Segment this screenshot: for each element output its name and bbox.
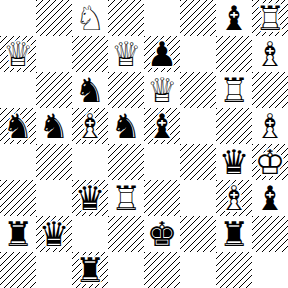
white-piece-outline: ♔	[252, 144, 288, 180]
square-f6[interactable]	[180, 72, 216, 108]
square-c8[interactable]: ♞♘	[72, 0, 108, 36]
square-f1[interactable]	[180, 252, 216, 288]
square-b3[interactable]	[36, 180, 72, 216]
square-a2[interactable]: ♜	[0, 216, 36, 252]
black-piece-glyph: ♛	[216, 144, 252, 180]
square-e2[interactable]: ♚	[144, 216, 180, 252]
square-b7[interactable]	[36, 36, 72, 72]
square-g3[interactable]: ♝♗	[216, 180, 252, 216]
square-c7[interactable]	[72, 36, 108, 72]
black-piece-glyph: ♜	[72, 252, 108, 288]
black-piece-glyph: ♜	[216, 216, 252, 252]
white-piece-outline: ♖	[252, 0, 288, 36]
black-piece-glyph: ♝	[252, 180, 288, 216]
square-e1[interactable]	[144, 252, 180, 288]
square-e4[interactable]	[144, 144, 180, 180]
piece-black-knight-a5[interactable]: ♞	[0, 108, 36, 144]
square-h2[interactable]	[252, 216, 288, 252]
square-e3[interactable]	[144, 180, 180, 216]
square-c5[interactable]: ♝♗	[72, 108, 108, 144]
black-piece-glyph: ♛	[36, 216, 72, 252]
piece-white-queen-a7[interactable]: ♛♕	[0, 36, 36, 72]
piece-white-queen-e6[interactable]: ♛♕	[144, 72, 180, 108]
black-piece-glyph: ♟	[144, 36, 180, 72]
black-piece-glyph: ♛	[72, 180, 108, 216]
square-c4[interactable]	[72, 144, 108, 180]
white-piece-outline: ♗	[72, 108, 108, 144]
square-a1[interactable]	[0, 252, 36, 288]
piece-black-knight-b5[interactable]: ♞	[36, 108, 72, 144]
square-f4[interactable]	[180, 144, 216, 180]
square-g2[interactable]: ♜	[216, 216, 252, 252]
square-b8[interactable]	[36, 0, 72, 36]
piece-white-rook-g6[interactable]: ♜♖	[216, 72, 252, 108]
square-b2[interactable]: ♛	[36, 216, 72, 252]
square-c6[interactable]: ♞	[72, 72, 108, 108]
square-e7[interactable]: ♟	[144, 36, 180, 72]
black-piece-glyph: ♞	[0, 108, 36, 144]
square-h4[interactable]: ♚♔	[252, 144, 288, 180]
square-a3[interactable]	[0, 180, 36, 216]
square-h1[interactable]	[252, 252, 288, 288]
white-piece-outline: ♗	[216, 180, 252, 216]
square-g1[interactable]	[216, 252, 252, 288]
square-h7[interactable]: ♝♗	[252, 36, 288, 72]
piece-black-queen-c3[interactable]: ♛	[72, 180, 108, 216]
piece-black-queen-g4[interactable]: ♛	[216, 144, 252, 180]
piece-black-rook-c1[interactable]: ♜	[72, 252, 108, 288]
black-piece-glyph: ♞	[36, 108, 72, 144]
piece-white-rook-h8[interactable]: ♜♖	[252, 0, 288, 36]
piece-white-knight-c8[interactable]: ♞♘	[72, 0, 108, 36]
square-e6[interactable]: ♛♕	[144, 72, 180, 108]
white-piece-outline: ♖	[108, 180, 144, 216]
white-piece-outline: ♕	[108, 36, 144, 72]
piece-white-king-h4[interactable]: ♚♔	[252, 144, 288, 180]
square-a4[interactable]	[0, 144, 36, 180]
piece-black-rook-a2[interactable]: ♜	[0, 216, 36, 252]
square-g4[interactable]: ♛	[216, 144, 252, 180]
square-h5[interactable]: ♝♗	[252, 108, 288, 144]
square-d7[interactable]: ♛♕	[108, 36, 144, 72]
square-b6[interactable]	[36, 72, 72, 108]
black-piece-glyph: ♞	[72, 72, 108, 108]
square-f2[interactable]	[180, 216, 216, 252]
piece-black-pawn-e7[interactable]: ♟	[144, 36, 180, 72]
square-g5[interactable]	[216, 108, 252, 144]
square-d5[interactable]: ♞	[108, 108, 144, 144]
black-piece-glyph: ♜	[0, 216, 36, 252]
square-h8[interactable]: ♜♖	[252, 0, 288, 36]
white-piece-outline: ♕	[0, 36, 36, 72]
square-d6[interactable]	[108, 72, 144, 108]
black-piece-glyph: ♝	[144, 108, 180, 144]
square-g7[interactable]	[216, 36, 252, 72]
square-a7[interactable]: ♛♕	[0, 36, 36, 72]
piece-white-bishop-h7[interactable]: ♝♗	[252, 36, 288, 72]
square-e8[interactable]	[144, 0, 180, 36]
square-d2[interactable]	[108, 216, 144, 252]
square-h3[interactable]: ♝	[252, 180, 288, 216]
square-g8[interactable]: ♝	[216, 0, 252, 36]
piece-white-queen-d7[interactable]: ♛♕	[108, 36, 144, 72]
square-f3[interactable]	[180, 180, 216, 216]
square-c2[interactable]	[72, 216, 108, 252]
piece-white-bishop-g3[interactable]: ♝♗	[216, 180, 252, 216]
white-piece-outline: ♗	[252, 36, 288, 72]
square-f5[interactable]	[180, 108, 216, 144]
square-c3[interactable]: ♛	[72, 180, 108, 216]
white-piece-outline: ♕	[144, 72, 180, 108]
piece-white-bishop-c5[interactable]: ♝♗	[72, 108, 108, 144]
square-a5[interactable]: ♞	[0, 108, 36, 144]
square-a8[interactable]	[0, 0, 36, 36]
white-piece-outline: ♘	[72, 0, 108, 36]
square-b4[interactable]	[36, 144, 72, 180]
black-piece-glyph: ♚	[144, 216, 180, 252]
piece-black-rook-g2[interactable]: ♜	[216, 216, 252, 252]
piece-white-bishop-h5[interactable]: ♝♗	[252, 108, 288, 144]
white-piece-outline: ♖	[216, 72, 252, 108]
piece-black-queen-b2[interactable]: ♛	[36, 216, 72, 252]
square-b5[interactable]: ♞	[36, 108, 72, 144]
square-h6[interactable]	[252, 72, 288, 108]
square-e5[interactable]: ♝	[144, 108, 180, 144]
square-d8[interactable]	[108, 0, 144, 36]
square-d4[interactable]	[108, 144, 144, 180]
square-d1[interactable]	[108, 252, 144, 288]
square-c1[interactable]: ♜	[72, 252, 108, 288]
piece-black-bishop-h3[interactable]: ♝	[252, 180, 288, 216]
black-piece-glyph: ♞	[108, 108, 144, 144]
black-piece-glyph: ♝	[216, 0, 252, 36]
piece-black-knight-d5[interactable]: ♞	[108, 108, 144, 144]
white-piece-outline: ♗	[252, 108, 288, 144]
square-g6[interactable]: ♜♖	[216, 72, 252, 108]
square-f8[interactable]	[180, 0, 216, 36]
piece-white-rook-d3[interactable]: ♜♖	[108, 180, 144, 216]
chess-board: ♞♘♝♜♖♛♕♛♕♟♝♗♞♛♕♜♖♞♞♝♗♞♝♝♗♛♚♔♛♜♖♝♗♝♜♛♚♜♜	[0, 0, 288, 288]
piece-black-king-e2[interactable]: ♚	[144, 216, 180, 252]
square-b1[interactable]	[36, 252, 72, 288]
square-a6[interactable]	[0, 72, 36, 108]
piece-black-bishop-g8[interactable]: ♝	[216, 0, 252, 36]
square-d3[interactable]: ♜♖	[108, 180, 144, 216]
piece-black-bishop-e5[interactable]: ♝	[144, 108, 180, 144]
piece-black-knight-c6[interactable]: ♞	[72, 72, 108, 108]
square-f7[interactable]	[180, 36, 216, 72]
chess-diagram: ♞♘♝♜♖♛♕♛♕♟♝♗♞♛♕♜♖♞♞♝♗♞♝♝♗♛♚♔♛♜♖♝♗♝♜♛♚♜♜	[0, 0, 288, 288]
